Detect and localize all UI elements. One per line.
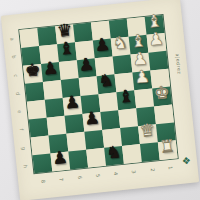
square[interactable] [37, 26, 57, 46]
square[interactable]: ♟ [82, 112, 102, 132]
square[interactable] [120, 126, 140, 146]
square[interactable] [98, 92, 118, 112]
vinyl-chess-mat: ♛♝♝♟♞♝♟♚♟♟♟♞♟♟♝♚♟♛♟♞♜ 87654321 abcdefgh … [1, 0, 199, 200]
square[interactable] [118, 108, 138, 128]
coordinate-label: 6 [73, 168, 87, 187]
brand-logo-icon: ❖ [179, 154, 193, 168]
black-pawn[interactable]: ♟ [92, 35, 112, 55]
coordinate-label: a [3, 33, 22, 45]
coordinate-label: 7 [55, 170, 69, 189]
white-queen[interactable]: ♛ [138, 120, 158, 140]
square[interactable] [73, 23, 93, 43]
square[interactable] [100, 110, 120, 130]
square[interactable]: ♟ [147, 33, 167, 53]
square[interactable]: ♟ [93, 39, 113, 59]
square[interactable]: ♞ [104, 146, 124, 166]
square[interactable]: ♟ [77, 58, 97, 78]
photo-background: ♛♝♝♟♞♝♟♚♟♟♟♞♟♟♝♚♟♛♟♞♜ 87654321 abcdefgh … [0, 0, 200, 200]
square[interactable] [27, 100, 47, 120]
coordinate-label: 2 [145, 160, 159, 179]
black-bishop[interactable]: ♝ [116, 86, 136, 106]
coordinate-label: 3 [127, 162, 141, 181]
black-pawn[interactable]: ♟ [41, 58, 61, 78]
coordinate-label: h [16, 160, 35, 172]
square[interactable] [19, 28, 39, 48]
coordinate-label: 4 [109, 164, 123, 183]
black-bishop[interactable]: ♝ [57, 38, 77, 58]
square[interactable] [66, 132, 86, 152]
square[interactable]: ♟ [50, 152, 70, 172]
square[interactable]: ♝ [57, 42, 77, 62]
square[interactable] [79, 76, 99, 96]
black-knight[interactable]: ♞ [96, 70, 116, 90]
square[interactable] [134, 88, 154, 108]
coordinate-label: d [8, 87, 27, 99]
square[interactable]: ♞ [97, 74, 117, 94]
square[interactable] [29, 118, 49, 138]
square[interactable]: ♚ [23, 64, 43, 84]
square[interactable] [45, 98, 65, 118]
coordinate-label: e [10, 106, 29, 118]
square[interactable]: ♞ [111, 37, 131, 57]
coordinate-label: 5 [91, 166, 105, 185]
square[interactable] [140, 142, 160, 162]
square[interactable]: ♟ [41, 62, 61, 82]
black-knight[interactable]: ♞ [104, 142, 124, 162]
square[interactable] [148, 51, 168, 71]
square[interactable] [65, 114, 85, 134]
black-pawn[interactable]: ♟ [50, 148, 70, 168]
square[interactable] [154, 105, 174, 125]
square[interactable] [33, 153, 53, 173]
square[interactable] [43, 80, 63, 100]
white-rook[interactable]: ♜ [157, 136, 177, 156]
white-knight[interactable]: ♞ [110, 33, 130, 53]
square[interactable] [25, 82, 45, 102]
black-pawn[interactable]: ♟ [76, 54, 96, 74]
square[interactable]: ♝ [116, 90, 136, 110]
square[interactable] [31, 136, 51, 156]
white-king[interactable]: ♚ [152, 83, 172, 103]
square[interactable]: ♚ [152, 87, 172, 107]
square[interactable] [122, 144, 142, 164]
white-pawn[interactable]: ♟ [132, 67, 152, 87]
square[interactable]: ♜ [158, 140, 178, 160]
coordinate-label: g [14, 142, 33, 154]
square[interactable] [68, 150, 88, 170]
square[interactable] [113, 55, 133, 75]
square[interactable]: ♟ [63, 96, 83, 116]
coordinate-label: 8 [37, 172, 51, 191]
square[interactable]: ♛ [138, 124, 158, 144]
board-grid: ♛♝♝♟♞♝♟♚♟♟♟♞♟♟♝♚♟♛♟♞♜ [18, 14, 178, 174]
coordinate-label: 1 [164, 158, 178, 177]
black-king[interactable]: ♚ [23, 60, 43, 80]
square[interactable]: ♟ [132, 71, 152, 91]
black-pawn[interactable]: ♟ [82, 108, 102, 128]
square[interactable] [84, 130, 104, 150]
white-pawn[interactable]: ♟ [146, 29, 166, 49]
square[interactable] [47, 116, 67, 136]
black-pawn[interactable]: ♟ [62, 92, 82, 112]
square[interactable] [86, 148, 106, 168]
square[interactable] [59, 60, 79, 80]
brand-text: ajedrez [175, 53, 182, 74]
